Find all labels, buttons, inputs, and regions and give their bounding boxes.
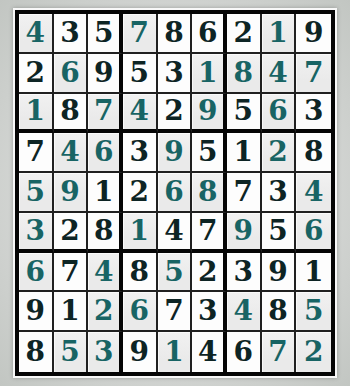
cell-r3c9[interactable]: 3 xyxy=(296,94,331,134)
cell-r3c3[interactable]: 7 xyxy=(88,94,123,134)
cell-r7c7[interactable]: 3 xyxy=(227,253,262,293)
cell-r2c6[interactable]: 1 xyxy=(192,54,227,94)
sudoku-board: 4357862192695318471874295637463951285912… xyxy=(15,10,335,376)
cell-r6c6[interactable]: 7 xyxy=(192,213,227,253)
cell-r1c7[interactable]: 2 xyxy=(227,14,262,54)
cell-r8c9[interactable]: 5 xyxy=(296,292,331,332)
cell-r9c2[interactable]: 5 xyxy=(54,332,89,372)
cell-r7c5[interactable]: 5 xyxy=(158,253,193,293)
cell-r1c8[interactable]: 1 xyxy=(262,14,297,54)
cell-r2c2[interactable]: 6 xyxy=(54,54,89,94)
cell-r8c2[interactable]: 1 xyxy=(54,292,89,332)
cell-r6c5[interactable]: 4 xyxy=(158,213,193,253)
cell-r5c6[interactable]: 8 xyxy=(192,173,227,213)
cell-r6c7[interactable]: 9 xyxy=(227,213,262,253)
cell-r6c9[interactable]: 6 xyxy=(296,213,331,253)
cell-r9c8[interactable]: 7 xyxy=(262,332,297,372)
cell-r9c1[interactable]: 8 xyxy=(19,332,54,372)
cell-r5c2[interactable]: 9 xyxy=(54,173,89,213)
cell-r7c4[interactable]: 8 xyxy=(123,253,158,293)
cell-r1c6[interactable]: 6 xyxy=(192,14,227,54)
cell-r9c9[interactable]: 2 xyxy=(296,332,331,372)
cell-r3c1[interactable]: 1 xyxy=(19,94,54,134)
cell-r2c3[interactable]: 9 xyxy=(88,54,123,94)
cell-r4c1[interactable]: 7 xyxy=(19,133,54,173)
cell-r8c1[interactable]: 9 xyxy=(19,292,54,332)
cell-r7c1[interactable]: 6 xyxy=(19,253,54,293)
cell-r5c3[interactable]: 1 xyxy=(88,173,123,213)
cell-r6c4[interactable]: 1 xyxy=(123,213,158,253)
cell-r7c2[interactable]: 7 xyxy=(54,253,89,293)
page-background: 4357862192695318471874295637463951285912… xyxy=(0,0,350,386)
cell-r3c4[interactable]: 4 xyxy=(123,94,158,134)
cell-r9c3[interactable]: 3 xyxy=(88,332,123,372)
cell-r3c7[interactable]: 5 xyxy=(227,94,262,134)
cell-r4c4[interactable]: 3 xyxy=(123,133,158,173)
cell-r8c4[interactable]: 6 xyxy=(123,292,158,332)
cell-r6c1[interactable]: 3 xyxy=(19,213,54,253)
cell-r3c8[interactable]: 6 xyxy=(262,94,297,134)
cell-r4c6[interactable]: 5 xyxy=(192,133,227,173)
cell-r1c3[interactable]: 5 xyxy=(88,14,123,54)
cell-r3c5[interactable]: 2 xyxy=(158,94,193,134)
cell-r5c1[interactable]: 5 xyxy=(19,173,54,213)
cell-r7c9[interactable]: 1 xyxy=(296,253,331,293)
cell-r1c4[interactable]: 7 xyxy=(123,14,158,54)
cell-r9c4[interactable]: 9 xyxy=(123,332,158,372)
cell-r8c7[interactable]: 4 xyxy=(227,292,262,332)
cell-r6c2[interactable]: 2 xyxy=(54,213,89,253)
cell-r8c8[interactable]: 8 xyxy=(262,292,297,332)
cell-r4c3[interactable]: 6 xyxy=(88,133,123,173)
cell-r1c5[interactable]: 8 xyxy=(158,14,193,54)
cell-r8c3[interactable]: 2 xyxy=(88,292,123,332)
cell-r1c1[interactable]: 4 xyxy=(19,14,54,54)
cell-r9c7[interactable]: 6 xyxy=(227,332,262,372)
sudoku-board-frame: 4357862192695318471874295637463951285912… xyxy=(13,8,337,378)
cell-r5c7[interactable]: 7 xyxy=(227,173,262,213)
cell-r9c6[interactable]: 4 xyxy=(192,332,227,372)
cell-r9c5[interactable]: 1 xyxy=(158,332,193,372)
cell-r5c8[interactable]: 3 xyxy=(262,173,297,213)
cell-r7c8[interactable]: 9 xyxy=(262,253,297,293)
cell-r3c6[interactable]: 9 xyxy=(192,94,227,134)
cell-r2c9[interactable]: 7 xyxy=(296,54,331,94)
cell-r4c2[interactable]: 4 xyxy=(54,133,89,173)
cell-r7c6[interactable]: 2 xyxy=(192,253,227,293)
cell-r3c2[interactable]: 8 xyxy=(54,94,89,134)
cell-r6c8[interactable]: 5 xyxy=(262,213,297,253)
cell-r2c5[interactable]: 3 xyxy=(158,54,193,94)
cell-r2c1[interactable]: 2 xyxy=(19,54,54,94)
cell-r8c6[interactable]: 3 xyxy=(192,292,227,332)
cell-r5c9[interactable]: 4 xyxy=(296,173,331,213)
cell-r4c7[interactable]: 1 xyxy=(227,133,262,173)
cell-r1c9[interactable]: 9 xyxy=(296,14,331,54)
cell-r4c8[interactable]: 2 xyxy=(262,133,297,173)
cell-r4c9[interactable]: 8 xyxy=(296,133,331,173)
cell-r5c4[interactable]: 2 xyxy=(123,173,158,213)
cell-r2c7[interactable]: 8 xyxy=(227,54,262,94)
cell-r2c8[interactable]: 4 xyxy=(262,54,297,94)
cell-r4c5[interactable]: 9 xyxy=(158,133,193,173)
cell-r2c4[interactable]: 5 xyxy=(123,54,158,94)
cell-r5c5[interactable]: 6 xyxy=(158,173,193,213)
cell-r8c5[interactable]: 7 xyxy=(158,292,193,332)
cell-r7c3[interactable]: 4 xyxy=(88,253,123,293)
cell-r1c2[interactable]: 3 xyxy=(54,14,89,54)
cell-r6c3[interactable]: 8 xyxy=(88,213,123,253)
